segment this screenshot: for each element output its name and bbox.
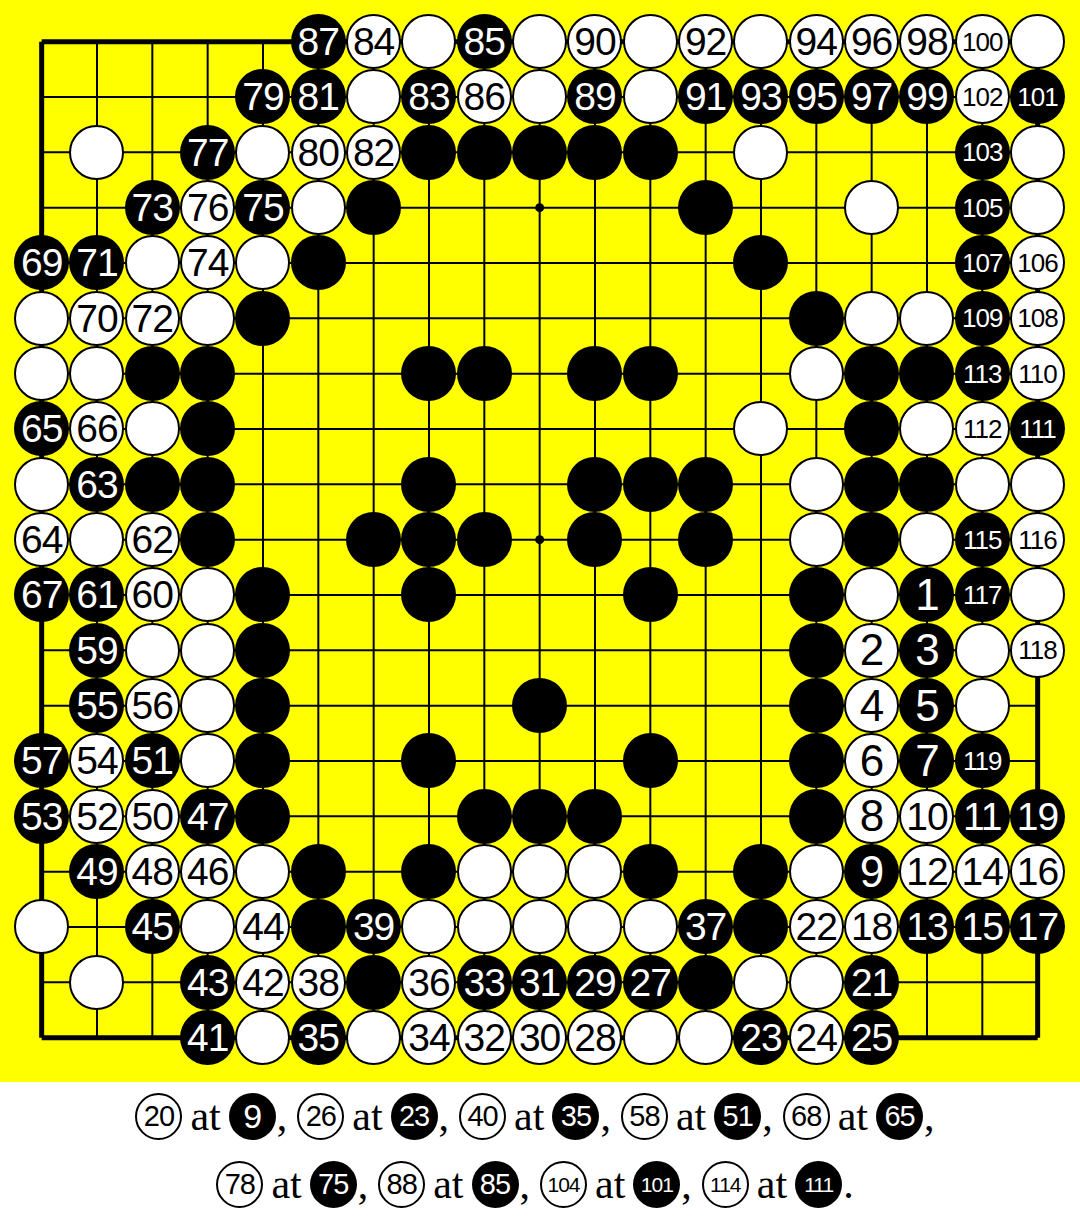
empty-intersection	[457, 733, 512, 788]
stone-white: 90	[567, 14, 622, 69]
stone-black: 69	[14, 235, 69, 290]
move-number: 114	[710, 1174, 740, 1195]
stone-black: 41	[180, 1010, 235, 1065]
move-number: 102	[962, 84, 1002, 110]
empty-intersection	[512, 567, 567, 622]
empty-intersection	[789, 180, 844, 235]
stone-white	[401, 899, 456, 954]
stone-black: 95	[789, 69, 844, 124]
stone-white: 72	[125, 291, 180, 346]
stone-black	[789, 678, 844, 733]
stone-white: 66	[69, 401, 124, 456]
caption-line-2: 78at75,88at85,104at101,114at111.	[0, 1150, 1080, 1218]
stone-white: 36	[401, 955, 456, 1010]
stone-black	[678, 457, 733, 512]
stone-black: 35	[291, 1010, 346, 1065]
empty-intersection	[346, 567, 401, 622]
stone-black: 81	[291, 69, 346, 124]
move-number: 54	[76, 741, 117, 780]
empty-intersection	[401, 623, 456, 678]
stone-black: 109	[955, 291, 1010, 346]
empty-intersection	[955, 955, 1010, 1010]
stone-black: 67	[14, 567, 69, 622]
stone-black: 119	[955, 733, 1010, 788]
stone-black: 11	[955, 789, 1010, 844]
stone-black: 17	[1010, 899, 1065, 954]
empty-intersection	[567, 567, 622, 622]
caption-separator: ,	[681, 1160, 692, 1208]
move-number: 106	[1017, 250, 1057, 276]
empty-intersection	[457, 291, 512, 346]
stone-black: 9	[844, 844, 899, 899]
stone-black	[623, 733, 678, 788]
move-number: 77	[187, 133, 228, 172]
stone-white	[235, 844, 290, 899]
stone-white	[125, 623, 180, 678]
stone-white: 28	[567, 1010, 622, 1065]
stone-white	[733, 401, 788, 456]
empty-intersection	[69, 899, 124, 954]
empty-intersection	[14, 69, 69, 124]
stone-white	[180, 567, 235, 622]
move-number: 85	[480, 1170, 510, 1199]
empty-intersection	[844, 125, 899, 180]
stone-white	[1010, 125, 1065, 180]
move-number: 72	[132, 299, 173, 338]
go-board: 8784859092949698100798183868991939597991…	[14, 14, 1066, 1066]
move-number: 86	[464, 77, 505, 116]
empty-intersection	[678, 291, 733, 346]
move-number: 118	[1018, 637, 1056, 663]
stone-white: 16	[1010, 844, 1065, 899]
caption-at-text: at	[514, 1092, 544, 1140]
caption-black-stone: 75	[310, 1161, 357, 1208]
stone-black: 19	[1010, 789, 1065, 844]
stone-white	[346, 1010, 401, 1065]
empty-intersection	[733, 789, 788, 844]
stone-white	[125, 401, 180, 456]
stone-black	[346, 955, 401, 1010]
stone-white: 6	[844, 733, 899, 788]
caption-at-text: at	[676, 1092, 706, 1140]
stone-white	[401, 14, 456, 69]
stone-white: 42	[235, 955, 290, 1010]
stone-white	[69, 125, 124, 180]
move-number: 119	[963, 748, 1001, 774]
move-number: 51	[723, 1102, 753, 1131]
caption-separator: ,	[439, 1092, 450, 1140]
move-number: 71	[76, 243, 117, 282]
empty-intersection	[235, 14, 290, 69]
empty-intersection	[401, 235, 456, 290]
stone-black: 23	[733, 1010, 788, 1065]
caption-white-stone: 114	[702, 1161, 749, 1208]
stone-white	[180, 291, 235, 346]
stone-black: 21	[844, 955, 899, 1010]
stone-white: 60	[125, 567, 180, 622]
stone-black	[733, 235, 788, 290]
move-number: 43	[187, 963, 228, 1002]
stone-black	[125, 457, 180, 512]
empty-intersection	[567, 733, 622, 788]
move-number: 8	[860, 794, 883, 838]
stone-black: 45	[125, 899, 180, 954]
stone-white: 4	[844, 678, 899, 733]
empty-intersection	[291, 789, 346, 844]
empty-intersection	[401, 789, 456, 844]
empty-intersection	[69, 14, 124, 69]
move-number: 27	[630, 963, 671, 1002]
move-number: 50	[132, 797, 173, 836]
empty-intersection	[125, 125, 180, 180]
stone-black	[789, 623, 844, 678]
stone-white: 12	[899, 844, 954, 899]
stone-black: 65	[14, 401, 69, 456]
empty-intersection	[235, 346, 290, 401]
stone-white	[512, 844, 567, 899]
stone-black	[512, 789, 567, 844]
stone-white	[899, 512, 954, 567]
empty-intersection	[457, 678, 512, 733]
caption-separator: ,	[277, 1092, 288, 1140]
move-number: 56	[132, 686, 173, 725]
stone-black	[401, 512, 456, 567]
stone-black: 5	[899, 678, 954, 733]
empty-intersection	[789, 401, 844, 456]
move-number: 35	[561, 1102, 591, 1131]
stone-black	[567, 125, 622, 180]
move-number: 83	[408, 77, 449, 116]
move-number: 68	[791, 1102, 821, 1131]
empty-intersection	[733, 678, 788, 733]
stone-white: 64	[14, 512, 69, 567]
caption-separator: ,	[358, 1160, 369, 1208]
empty-intersection	[346, 457, 401, 512]
stone-black	[235, 567, 290, 622]
stone-black: 47	[180, 789, 235, 844]
move-number: 42	[242, 963, 283, 1002]
caption-at-text: at	[757, 1160, 787, 1208]
empty-intersection	[291, 457, 346, 512]
stone-black	[512, 678, 567, 733]
stone-black	[401, 733, 456, 788]
move-number: 59	[76, 631, 117, 670]
stone-white	[14, 899, 69, 954]
stone-black: 113	[955, 346, 1010, 401]
empty-intersection	[69, 69, 124, 124]
stone-white	[1010, 14, 1065, 69]
stone-white	[899, 401, 954, 456]
move-number: 36	[408, 963, 449, 1002]
move-number: 88	[387, 1170, 417, 1199]
move-number: 74	[187, 243, 228, 282]
empty-intersection	[733, 346, 788, 401]
stone-white: 38	[291, 955, 346, 1010]
stone-black: 83	[401, 69, 456, 124]
empty-intersection	[1010, 733, 1065, 788]
stone-black	[844, 401, 899, 456]
empty-intersection	[180, 14, 235, 69]
move-number: 20	[144, 1102, 174, 1131]
stone-black: 77	[180, 125, 235, 180]
stone-white	[14, 291, 69, 346]
empty-intersection	[512, 457, 567, 512]
stone-white	[291, 180, 346, 235]
stone-black	[401, 844, 456, 899]
stone-black	[235, 623, 290, 678]
stone-black	[401, 567, 456, 622]
move-number: 31	[519, 963, 560, 1002]
stone-black	[346, 180, 401, 235]
move-number: 84	[353, 22, 394, 61]
empty-intersection	[69, 180, 124, 235]
stone-white: 102	[955, 69, 1010, 124]
empty-intersection	[457, 401, 512, 456]
stone-black	[291, 844, 346, 899]
stone-white: 48	[125, 844, 180, 899]
move-number: 103	[962, 139, 1002, 165]
stone-white: 24	[789, 1010, 844, 1065]
stone-black	[567, 346, 622, 401]
stone-white: 18	[844, 899, 899, 954]
empty-intersection	[623, 512, 678, 567]
empty-intersection	[899, 180, 954, 235]
stone-white: 112	[955, 401, 1010, 456]
stone-black: 49	[69, 844, 124, 899]
stone-black: 97	[844, 69, 899, 124]
move-number: 113	[963, 361, 1001, 387]
stone-white	[180, 678, 235, 733]
stone-white	[346, 69, 401, 124]
stone-white: 52	[69, 789, 124, 844]
empty-intersection	[291, 346, 346, 401]
stone-white: 118	[1010, 623, 1065, 678]
move-number: 94	[796, 22, 837, 61]
stone-white: 32	[457, 1010, 512, 1065]
stone-black	[180, 457, 235, 512]
move-number: 29	[574, 963, 615, 1002]
caption-black-stone: 101	[633, 1161, 680, 1208]
stone-white: 46	[180, 844, 235, 899]
empty-intersection	[567, 235, 622, 290]
empty-intersection	[623, 180, 678, 235]
empty-intersection	[235, 512, 290, 567]
stone-white: 82	[346, 125, 401, 180]
caption-black-stone: 9	[229, 1093, 276, 1140]
move-number: 65	[21, 409, 62, 448]
move-number: 58	[629, 1102, 659, 1131]
move-number: 5	[915, 684, 938, 728]
stone-white	[623, 899, 678, 954]
move-number: 64	[21, 520, 62, 559]
move-number: 21	[851, 963, 892, 1002]
stone-black: 115	[955, 512, 1010, 567]
stone-black: 73	[125, 180, 180, 235]
empty-intersection	[457, 180, 512, 235]
empty-intersection	[789, 125, 844, 180]
empty-intersection	[235, 401, 290, 456]
stone-white	[789, 346, 844, 401]
empty-intersection	[125, 1010, 180, 1065]
move-number: 69	[21, 243, 62, 282]
move-number: 24	[796, 1018, 837, 1057]
move-number: 89	[574, 77, 615, 116]
empty-intersection	[1010, 1010, 1065, 1065]
move-number: 63	[76, 465, 117, 504]
stone-black	[235, 789, 290, 844]
move-number: 17	[1017, 907, 1058, 946]
stone-white	[844, 567, 899, 622]
stone-black	[180, 401, 235, 456]
stone-black	[623, 457, 678, 512]
stone-black: 101	[1010, 69, 1065, 124]
stone-white: 94	[789, 14, 844, 69]
stone-black: 1	[899, 567, 954, 622]
stone-white	[180, 623, 235, 678]
stone-black	[180, 346, 235, 401]
stone-black: 57	[14, 733, 69, 788]
stone-black	[291, 899, 346, 954]
move-number: 41	[187, 1018, 228, 1057]
move-number: 16	[1017, 852, 1058, 891]
stone-black: 27	[623, 955, 678, 1010]
empty-intersection	[678, 346, 733, 401]
move-number: 12	[906, 852, 947, 891]
move-number: 9	[860, 850, 883, 894]
move-number: 23	[399, 1102, 429, 1131]
stone-white: 30	[512, 1010, 567, 1065]
stone-white: 110	[1010, 346, 1065, 401]
move-number: 61	[76, 575, 117, 614]
stone-white	[180, 733, 235, 788]
empty-intersection	[567, 401, 622, 456]
empty-intersection	[346, 623, 401, 678]
stone-white	[69, 512, 124, 567]
move-number: 28	[574, 1018, 615, 1057]
empty-intersection	[678, 623, 733, 678]
stone-black	[789, 733, 844, 788]
empty-intersection	[180, 69, 235, 124]
move-number: 33	[464, 963, 505, 1002]
caption-separator: ,	[520, 1160, 531, 1208]
stone-white	[789, 457, 844, 512]
caption-white-stone: 68	[783, 1093, 830, 1140]
stone-black: 105	[955, 180, 1010, 235]
empty-intersection	[125, 69, 180, 124]
empty-intersection	[346, 346, 401, 401]
stone-black: 13	[899, 899, 954, 954]
move-number: 101	[1017, 84, 1057, 110]
stone-black	[733, 844, 788, 899]
stone-black: 37	[678, 899, 733, 954]
empty-intersection	[567, 180, 622, 235]
stone-black: 91	[678, 69, 733, 124]
stone-black	[401, 457, 456, 512]
empty-intersection	[899, 955, 954, 1010]
stone-black	[457, 125, 512, 180]
stone-white: 14	[955, 844, 1010, 899]
empty-intersection	[512, 291, 567, 346]
stone-white	[733, 955, 788, 1010]
empty-intersection	[678, 733, 733, 788]
empty-intersection	[512, 733, 567, 788]
stone-white	[180, 899, 235, 954]
empty-intersection	[291, 401, 346, 456]
caption-at-text: at	[838, 1092, 868, 1140]
empty-intersection	[844, 235, 899, 290]
stone-white	[14, 457, 69, 512]
empty-intersection	[14, 678, 69, 733]
empty-intersection	[14, 844, 69, 899]
empty-intersection	[291, 567, 346, 622]
stone-black: 87	[291, 14, 346, 69]
stone-black	[678, 512, 733, 567]
move-number: 19	[1017, 797, 1058, 836]
empty-intersection	[623, 235, 678, 290]
move-number: 52	[76, 797, 117, 836]
empty-intersection	[733, 291, 788, 346]
stone-black	[180, 512, 235, 567]
caption-white-stone: 58	[621, 1093, 668, 1140]
empty-intersection	[678, 844, 733, 899]
move-number: 44	[242, 907, 283, 946]
stone-black	[623, 567, 678, 622]
stone-white	[899, 291, 954, 346]
empty-intersection	[401, 291, 456, 346]
empty-intersection	[512, 180, 567, 235]
stone-black	[567, 512, 622, 567]
move-number: 49	[76, 852, 117, 891]
empty-intersection	[14, 125, 69, 180]
empty-intersection	[512, 401, 567, 456]
stone-black	[235, 678, 290, 733]
empty-intersection	[291, 733, 346, 788]
stone-white	[457, 899, 512, 954]
empty-intersection	[291, 623, 346, 678]
empty-intersection	[401, 678, 456, 733]
stone-white	[623, 69, 678, 124]
stone-white: 22	[789, 899, 844, 954]
empty-intersection	[346, 733, 401, 788]
stone-white	[235, 125, 290, 180]
empty-intersection	[678, 789, 733, 844]
empty-intersection	[678, 567, 733, 622]
move-number: 80	[298, 133, 339, 172]
caption-black-stone: 65	[876, 1093, 923, 1140]
stone-white	[789, 512, 844, 567]
stone-black	[235, 291, 290, 346]
move-number: 46	[187, 852, 228, 891]
move-number: 76	[187, 188, 228, 227]
empty-intersection	[1010, 678, 1065, 733]
stone-white: 54	[69, 733, 124, 788]
stone-black	[844, 457, 899, 512]
stone-white	[567, 844, 622, 899]
stone-white	[789, 955, 844, 1010]
empty-intersection	[567, 623, 622, 678]
stone-white	[567, 899, 622, 954]
stone-white: 76	[180, 180, 235, 235]
move-number: 79	[242, 77, 283, 116]
caption-black-stone: 35	[552, 1093, 599, 1140]
stone-black	[789, 291, 844, 346]
empty-intersection	[678, 125, 733, 180]
caption-black-stone: 51	[714, 1093, 761, 1140]
stone-white	[235, 235, 290, 290]
stone-white: 84	[346, 14, 401, 69]
caption: 20at9,26at23,40at35,58at51,68at65, 78at7…	[0, 1082, 1080, 1223]
move-number: 53	[21, 797, 62, 836]
